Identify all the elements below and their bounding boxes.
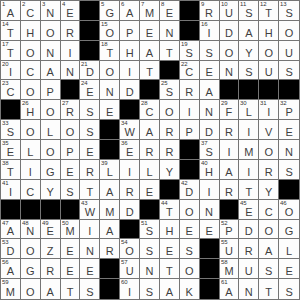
grid-cell[interactable]: A bbox=[41, 61, 61, 81]
grid-cell[interactable]: 7M bbox=[140, 1, 160, 21]
grid-cell[interactable]: T bbox=[80, 180, 100, 200]
grid-cell[interactable]: 25S bbox=[160, 80, 180, 100]
cell-letter: S bbox=[80, 107, 99, 118]
grid-cell[interactable]: H bbox=[259, 21, 279, 41]
grid-cell[interactable]: D bbox=[200, 120, 220, 140]
grid-cell[interactable]: E bbox=[61, 239, 81, 259]
grid-cell[interactable]: L bbox=[140, 160, 160, 180]
black-cell bbox=[160, 61, 180, 81]
grid-cell[interactable]: S bbox=[279, 160, 299, 180]
grid-cell[interactable]: I bbox=[200, 180, 220, 200]
grid-cell[interactable]: O bbox=[21, 120, 41, 140]
grid-cell[interactable]: P bbox=[180, 120, 200, 140]
black-cell bbox=[220, 80, 240, 100]
crossword-grid: 1A2C3N4E5G6A7M8E9R10U11S12T13S14THOR15OP… bbox=[0, 0, 300, 300]
grid-cell[interactable]: 50M bbox=[61, 220, 81, 240]
grid-cell[interactable]: 17T bbox=[1, 41, 21, 61]
grid-cell[interactable]: 45E bbox=[239, 200, 259, 220]
cell-letter: S bbox=[239, 8, 258, 19]
grid-cell[interactable]: I bbox=[239, 160, 259, 180]
grid-cell[interactable]: P bbox=[61, 140, 81, 160]
cell-letter: O bbox=[279, 28, 299, 39]
grid-cell[interactable]: 4E bbox=[61, 1, 81, 21]
cell-letter: O bbox=[21, 246, 40, 257]
grid-cell[interactable]: N bbox=[200, 100, 220, 120]
cell-letter: E bbox=[61, 167, 80, 178]
grid-cell[interactable]: T bbox=[160, 259, 180, 279]
grid-cell[interactable]: Y bbox=[160, 160, 180, 180]
grid-cell[interactable]: 6A bbox=[120, 1, 140, 21]
grid-cell[interactable]: P bbox=[120, 21, 140, 41]
cell-letter: E bbox=[61, 246, 80, 257]
grid-cell[interactable]: C bbox=[259, 200, 279, 220]
clue-number: 5 bbox=[101, 1, 104, 7]
grid-cell[interactable]: I bbox=[120, 160, 140, 180]
grid-cell[interactable]: S bbox=[61, 180, 81, 200]
grid-cell[interactable]: E bbox=[180, 220, 200, 240]
cell-letter: U bbox=[259, 67, 278, 78]
grid-cell[interactable]: M bbox=[239, 140, 259, 160]
grid-cell[interactable]: S bbox=[239, 61, 259, 81]
grid-cell[interactable]: 46O bbox=[279, 200, 299, 220]
grid-cell[interactable]: I bbox=[80, 220, 100, 240]
cell-letter: S bbox=[239, 67, 258, 78]
grid-cell[interactable]: C bbox=[21, 61, 41, 81]
cell-letter: S bbox=[279, 167, 299, 178]
cell-letter: M bbox=[220, 266, 239, 277]
grid-cell[interactable]: 37S bbox=[200, 140, 220, 160]
grid-cell[interactable]: 35E bbox=[1, 140, 21, 160]
cell-letter: E bbox=[80, 147, 99, 158]
cell-letter: N bbox=[61, 67, 80, 78]
grid-cell[interactable]: E bbox=[80, 259, 100, 279]
grid-cell[interactable]: T bbox=[239, 180, 259, 200]
grid-cell[interactable]: Y bbox=[239, 41, 259, 61]
black-cell bbox=[279, 80, 299, 100]
grid-cell[interactable]: N bbox=[140, 259, 160, 279]
cell-letter: T bbox=[140, 67, 159, 78]
grid-cell[interactable]: N bbox=[200, 200, 220, 220]
grid-cell[interactable]: U bbox=[279, 41, 299, 61]
grid-cell[interactable]: 54O bbox=[120, 239, 140, 259]
grid-cell[interactable]: N bbox=[239, 279, 259, 299]
grid-cell[interactable]: A bbox=[160, 279, 180, 299]
cell-letter: I bbox=[200, 28, 219, 39]
grid-cell[interactable]: N bbox=[80, 239, 100, 259]
grid-cell[interactable]: 47A bbox=[1, 220, 21, 240]
grid-cell[interactable]: E bbox=[61, 160, 81, 180]
cell-letter: N bbox=[220, 67, 239, 78]
grid-cell[interactable]: 30L bbox=[239, 100, 259, 120]
cell-letter: M bbox=[1, 287, 20, 298]
grid-cell[interactable]: L bbox=[41, 120, 61, 140]
black-cell bbox=[259, 80, 279, 100]
grid-cell[interactable]: Y bbox=[41, 180, 61, 200]
grid-cell[interactable]: E bbox=[160, 239, 180, 259]
grid-cell[interactable]: I bbox=[239, 120, 259, 140]
grid-cell[interactable]: G bbox=[21, 259, 41, 279]
grid-cell[interactable]: I bbox=[220, 140, 240, 160]
grid-cell[interactable]: O bbox=[21, 80, 41, 100]
cell-letter: M bbox=[61, 226, 80, 237]
black-cell bbox=[100, 140, 120, 160]
grid-cell[interactable]: D bbox=[120, 200, 140, 220]
grid-cell[interactable]: N bbox=[41, 41, 61, 61]
grid-cell[interactable]: N bbox=[160, 21, 180, 41]
cell-letter: A bbox=[1, 266, 20, 277]
cell-letter: E bbox=[160, 246, 179, 257]
cell-letter: C bbox=[21, 8, 40, 19]
grid-cell[interactable]: 55U bbox=[220, 239, 240, 259]
grid-cell[interactable]: O bbox=[21, 41, 41, 61]
grid-cell[interactable]: 39L bbox=[100, 160, 120, 180]
cell-letter: E bbox=[80, 87, 99, 98]
grid-cell[interactable]: A bbox=[140, 120, 160, 140]
cell-letter: N bbox=[200, 107, 219, 118]
cell-letter: D bbox=[220, 28, 239, 39]
cell-letter: E bbox=[239, 207, 258, 218]
grid-cell[interactable]: 41I bbox=[1, 180, 21, 200]
grid-cell[interactable]: C bbox=[21, 180, 41, 200]
cell-letter: G bbox=[279, 226, 299, 237]
grid-cell[interactable]: A bbox=[41, 279, 61, 299]
cell-letter: A bbox=[160, 287, 179, 298]
clue-number: 61 bbox=[221, 279, 228, 285]
grid-cell[interactable]: D bbox=[220, 21, 240, 41]
grid-cell[interactable]: E bbox=[61, 259, 81, 279]
grid-cell[interactable]: 33S bbox=[1, 120, 21, 140]
grid-cell[interactable]: S bbox=[140, 239, 160, 259]
grid-cell[interactable]: E bbox=[140, 180, 160, 200]
black-cell bbox=[239, 80, 259, 100]
cell-letter: R bbox=[140, 147, 159, 158]
cell-letter: T bbox=[1, 48, 20, 59]
grid-cell[interactable]: U bbox=[239, 259, 259, 279]
black-cell bbox=[80, 41, 100, 61]
grid-cell[interactable]: O bbox=[100, 61, 120, 81]
cell-letter: N bbox=[80, 246, 99, 257]
grid-cell[interactable]: A bbox=[200, 80, 220, 100]
grid-cell[interactable]: N bbox=[100, 80, 120, 100]
cell-letter: E bbox=[100, 107, 119, 118]
grid-cell[interactable]: O bbox=[180, 200, 200, 220]
grid-cell[interactable]: 1A bbox=[1, 1, 21, 21]
cell-letter: E bbox=[200, 67, 219, 78]
cell-letter: R bbox=[120, 187, 139, 198]
grid-cell[interactable]: R bbox=[180, 80, 200, 100]
cell-letter: L bbox=[21, 147, 40, 158]
grid-cell[interactable]: S bbox=[140, 279, 160, 299]
cell-letter: E bbox=[180, 226, 199, 237]
grid-cell[interactable]: 36E bbox=[120, 140, 140, 160]
black-cell bbox=[80, 1, 100, 21]
cell-letter: Y bbox=[259, 187, 278, 198]
grid-cell[interactable]: S bbox=[80, 120, 100, 140]
grid-cell[interactable]: 42D bbox=[180, 180, 200, 200]
grid-cell[interactable]: H bbox=[120, 41, 140, 61]
grid-cell[interactable]: 56A bbox=[1, 259, 21, 279]
grid-cell[interactable]: S bbox=[279, 279, 299, 299]
grid-cell[interactable]: T bbox=[160, 41, 180, 61]
black-cell bbox=[279, 180, 299, 200]
cell-letter: N bbox=[41, 8, 60, 19]
grid-cell[interactable]: I bbox=[180, 100, 200, 120]
grid-cell[interactable]: R bbox=[41, 259, 61, 279]
cell-letter: A bbox=[259, 246, 278, 257]
cell-letter: D bbox=[120, 87, 139, 98]
cell-letter: S bbox=[80, 127, 99, 138]
grid-cell[interactable]: H bbox=[21, 21, 41, 41]
grid-cell[interactable]: 23C bbox=[1, 80, 21, 100]
cell-letter: H bbox=[259, 28, 278, 39]
grid-cell[interactable]: A bbox=[100, 220, 120, 240]
cell-letter: E bbox=[61, 266, 80, 277]
grid-cell[interactable]: 43W bbox=[80, 200, 100, 220]
grid-cell[interactable]: 19S bbox=[180, 41, 200, 61]
grid-cell[interactable]: O bbox=[41, 100, 61, 120]
cell-letter: U bbox=[279, 48, 299, 59]
cell-letter: F bbox=[220, 107, 239, 118]
cell-letter: T bbox=[100, 48, 119, 59]
cell-letter: I bbox=[21, 167, 40, 178]
grid-cell[interactable]: 60I bbox=[120, 279, 140, 299]
black-cell bbox=[100, 120, 120, 140]
cell-letter: M bbox=[100, 207, 119, 218]
grid-cell[interactable]: E bbox=[80, 140, 100, 160]
grid-cell[interactable]: 14T bbox=[1, 21, 21, 41]
grid-cell[interactable]: 18T bbox=[100, 41, 120, 61]
cell-letter: P bbox=[220, 226, 239, 237]
grid-cell[interactable]: E bbox=[279, 120, 299, 140]
grid-cell[interactable]: S bbox=[180, 239, 200, 259]
grid-cell[interactable]: 53D bbox=[1, 239, 21, 259]
clue-number: 6 bbox=[121, 1, 124, 7]
grid-cell[interactable]: S bbox=[279, 61, 299, 81]
cell-letter: V bbox=[259, 127, 278, 138]
grid-cell[interactable]: I bbox=[21, 160, 41, 180]
grid-cell[interactable]: T bbox=[259, 279, 279, 299]
cell-letter: N bbox=[279, 147, 299, 158]
cell-letter: T bbox=[239, 187, 258, 198]
grid-cell[interactable]: 13S bbox=[279, 1, 299, 21]
grid-cell[interactable]: M bbox=[100, 200, 120, 220]
grid-cell[interactable]: 29F bbox=[220, 100, 240, 120]
grid-cell[interactable]: O bbox=[21, 279, 41, 299]
grid-cell[interactable]: R bbox=[220, 120, 240, 140]
grid-cell[interactable]: D bbox=[239, 220, 259, 240]
grid-cell[interactable]: 44T bbox=[160, 200, 180, 220]
grid-cell[interactable]: 15O bbox=[100, 21, 120, 41]
grid-cell[interactable]: 21D bbox=[80, 61, 100, 81]
cell-letter: C bbox=[140, 107, 159, 118]
grid-cell[interactable]: A bbox=[100, 180, 120, 200]
grid-cell[interactable]: E bbox=[140, 21, 160, 41]
grid-cell[interactable]: T bbox=[140, 61, 160, 81]
grid-cell[interactable]: H bbox=[160, 220, 180, 240]
grid-cell[interactable]: R bbox=[160, 140, 180, 160]
cell-letter: R bbox=[220, 187, 239, 198]
cell-letter: R bbox=[100, 246, 119, 257]
cell-letter: W bbox=[120, 127, 139, 138]
grid-cell[interactable]: 57U bbox=[120, 259, 140, 279]
grid-cell[interactable]: N bbox=[279, 140, 299, 160]
grid-cell[interactable]: 38T bbox=[1, 160, 21, 180]
grid-cell[interactable]: Y bbox=[259, 180, 279, 200]
grid-cell[interactable]: O bbox=[21, 239, 41, 259]
grid-cell[interactable]: V bbox=[259, 120, 279, 140]
grid-cell[interactable]: O bbox=[259, 220, 279, 240]
grid-cell[interactable]: G bbox=[279, 220, 299, 240]
grid-cell[interactable]: R bbox=[239, 239, 259, 259]
grid-cell[interactable]: O bbox=[61, 120, 81, 140]
black-cell bbox=[220, 200, 240, 220]
black-cell bbox=[200, 259, 220, 279]
black-cell bbox=[160, 180, 180, 200]
grid-cell[interactable]: 10U bbox=[220, 1, 240, 21]
grid-cell[interactable]: O bbox=[180, 259, 200, 279]
cell-letter: R bbox=[259, 167, 278, 178]
grid-cell[interactable]: R bbox=[120, 180, 140, 200]
grid-cell[interactable]: O bbox=[259, 140, 279, 160]
grid-cell[interactable]: 58M bbox=[220, 259, 240, 279]
grid-cell[interactable]: A bbox=[220, 160, 240, 180]
grid-cell[interactable]: U bbox=[259, 61, 279, 81]
cell-letter: O bbox=[259, 147, 278, 158]
clue-number: 3 bbox=[42, 1, 45, 7]
grid-cell[interactable]: 2C bbox=[21, 1, 41, 21]
cell-letter: O bbox=[180, 266, 199, 277]
grid-cell[interactable]: 12T bbox=[259, 1, 279, 21]
cell-letter: Z bbox=[41, 246, 60, 257]
grid-cell[interactable]: 3N bbox=[41, 1, 61, 21]
grid-cell[interactable]: 20I bbox=[1, 61, 21, 81]
clue-number: 43 bbox=[81, 200, 88, 206]
grid-cell[interactable]: N bbox=[61, 61, 81, 81]
clue-number: 44 bbox=[161, 200, 168, 206]
cell-letter: S bbox=[160, 87, 179, 98]
cell-letter: P bbox=[120, 28, 139, 39]
grid-cell[interactable]: L bbox=[279, 239, 299, 259]
grid-cell[interactable]: R bbox=[140, 140, 160, 160]
cell-letter: S bbox=[1, 127, 20, 138]
clue-number: 9 bbox=[201, 1, 204, 7]
grid-cell[interactable]: R bbox=[61, 21, 81, 41]
cell-letter: G bbox=[21, 266, 40, 277]
grid-cell[interactable]: N bbox=[220, 61, 240, 81]
cell-letter: T bbox=[160, 266, 179, 277]
grid-cell[interactable]: 52P bbox=[220, 220, 240, 240]
cell-letter: E bbox=[120, 147, 139, 158]
grid-cell[interactable]: 32P bbox=[279, 100, 299, 120]
grid-cell[interactable]: A bbox=[239, 21, 259, 41]
grid-cell[interactable]: 24E bbox=[80, 80, 100, 100]
grid-cell[interactable]: Z bbox=[41, 239, 61, 259]
grid-cell[interactable]: 26H bbox=[21, 100, 41, 120]
cell-letter: N bbox=[100, 87, 119, 98]
cell-letter: I bbox=[239, 167, 258, 178]
grid-cell[interactable]: 27R bbox=[61, 100, 81, 120]
cell-letter: R bbox=[80, 167, 99, 178]
cell-letter: C bbox=[180, 67, 199, 78]
grid-cell[interactable]: R bbox=[100, 239, 120, 259]
grid-cell[interactable]: T bbox=[61, 279, 81, 299]
cell-letter: W bbox=[80, 207, 99, 218]
cell-letter: O bbox=[220, 48, 239, 59]
cell-letter: E bbox=[279, 266, 299, 277]
cell-letter: Y bbox=[160, 167, 179, 178]
grid-cell[interactable]: 11S bbox=[239, 1, 259, 21]
grid-cell[interactable]: R bbox=[80, 160, 100, 180]
cell-letter: S bbox=[200, 147, 219, 158]
grid-cell[interactable]: S bbox=[200, 41, 220, 61]
cell-letter: I bbox=[61, 48, 80, 59]
grid-cell[interactable]: S bbox=[80, 100, 100, 120]
cell-letter: N bbox=[239, 287, 258, 298]
grid-cell[interactable]: I bbox=[61, 41, 81, 61]
grid-cell[interactable]: 48N bbox=[21, 220, 41, 240]
grid-cell[interactable]: 5G bbox=[100, 1, 120, 21]
grid-cell[interactable]: R bbox=[259, 160, 279, 180]
grid-cell[interactable]: S bbox=[80, 279, 100, 299]
cell-letter: H bbox=[21, 28, 40, 39]
grid-cell[interactable]: A bbox=[259, 239, 279, 259]
grid-cell[interactable]: 40H bbox=[200, 160, 220, 180]
grid-cell[interactable]: O bbox=[279, 21, 299, 41]
grid-cell[interactable]: 9R bbox=[200, 1, 220, 21]
clue-number: 7 bbox=[141, 1, 144, 7]
grid-cell[interactable]: 8E bbox=[160, 1, 180, 21]
grid-cell[interactable]: E bbox=[200, 61, 220, 81]
grid-cell[interactable]: R bbox=[160, 120, 180, 140]
grid-cell[interactable]: 31I bbox=[259, 100, 279, 120]
black-cell bbox=[120, 100, 140, 120]
grid-cell[interactable]: 59M bbox=[1, 279, 21, 299]
cell-letter: T bbox=[160, 48, 179, 59]
cell-letter: A bbox=[200, 87, 219, 98]
grid-cell[interactable]: E bbox=[200, 220, 220, 240]
grid-cell[interactable]: E bbox=[279, 259, 299, 279]
grid-cell[interactable]: R bbox=[220, 180, 240, 200]
grid-cell[interactable]: 22C bbox=[180, 61, 200, 81]
grid-cell[interactable]: O bbox=[220, 41, 240, 61]
grid-cell[interactable]: K bbox=[180, 279, 200, 299]
grid-cell[interactable]: O bbox=[160, 100, 180, 120]
grid-cell[interactable]: O bbox=[259, 41, 279, 61]
cell-letter: A bbox=[1, 226, 20, 237]
grid-cell[interactable]: 16I bbox=[200, 21, 220, 41]
grid-cell[interactable]: G bbox=[41, 160, 61, 180]
grid-cell[interactable]: 51S bbox=[140, 220, 160, 240]
grid-cell[interactable]: O bbox=[41, 140, 61, 160]
cell-letter: S bbox=[259, 266, 278, 277]
grid-cell[interactable]: E bbox=[100, 100, 120, 120]
grid-cell[interactable]: 34W bbox=[120, 120, 140, 140]
grid-cell[interactable]: 61A bbox=[220, 279, 240, 299]
grid-cell[interactable]: S bbox=[259, 259, 279, 279]
cell-letter: S bbox=[279, 8, 299, 19]
black-cell bbox=[21, 200, 41, 220]
grid-cell[interactable]: P bbox=[41, 80, 61, 100]
grid-cell[interactable]: 28C bbox=[140, 100, 160, 120]
grid-cell[interactable]: O bbox=[41, 21, 61, 41]
black-cell bbox=[180, 21, 200, 41]
grid-cell[interactable]: I bbox=[120, 61, 140, 81]
grid-cell[interactable]: 49E bbox=[41, 220, 61, 240]
grid-cell[interactable]: D bbox=[120, 80, 140, 100]
cell-letter: O bbox=[41, 147, 60, 158]
grid-cell[interactable]: A bbox=[140, 41, 160, 61]
grid-cell[interactable]: L bbox=[21, 140, 41, 160]
